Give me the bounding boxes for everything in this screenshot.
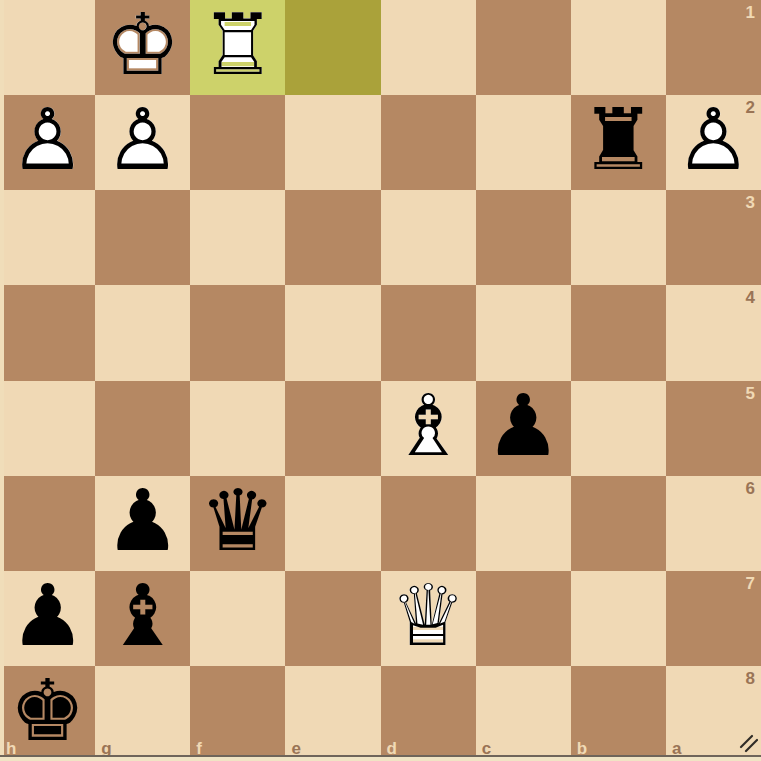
piece-glyph: ♚ — [0, 663, 95, 758]
square-b8[interactable]: b — [571, 666, 666, 761]
square-g5[interactable] — [95, 381, 190, 476]
black-bishop-piece[interactable]: ♝ — [95, 571, 190, 666]
square-g4[interactable] — [95, 285, 190, 380]
square-c6[interactable] — [476, 476, 571, 571]
square-h4[interactable] — [0, 285, 95, 380]
square-d7[interactable]: ♛♕ — [381, 571, 476, 666]
square-d4[interactable] — [381, 285, 476, 380]
white-pawn-piece[interactable]: ♟♙ — [95, 95, 190, 190]
square-g1[interactable]: ♚♔ — [95, 0, 190, 95]
square-h5[interactable] — [0, 381, 95, 476]
square-e1[interactable] — [285, 0, 380, 95]
square-e4[interactable] — [285, 285, 380, 380]
square-b5[interactable] — [571, 381, 666, 476]
file-label-c: c — [482, 740, 491, 757]
file-label-a: a — [672, 740, 681, 757]
square-g8[interactable]: g — [95, 666, 190, 761]
square-d8[interactable]: d — [381, 666, 476, 761]
square-c5[interactable]: ♟ — [476, 381, 571, 476]
black-queen-piece[interactable]: ♛ — [190, 476, 285, 571]
square-h7[interactable]: ♟ — [0, 571, 95, 666]
square-d3[interactable] — [381, 190, 476, 285]
black-king-piece[interactable]: ♚ — [0, 666, 95, 761]
square-d5[interactable]: ♝♗ — [381, 381, 476, 476]
piece-glyph: ♟ — [476, 378, 571, 473]
piece-glyph-fill: ♛ — [381, 568, 476, 663]
square-b1[interactable] — [571, 0, 666, 95]
piece-glyph-fill: ♟ — [95, 92, 190, 187]
piece-glyph-outline: ♕ — [381, 568, 476, 663]
rank-label-6: 6 — [746, 480, 755, 497]
square-f2[interactable] — [190, 95, 285, 190]
square-b6[interactable] — [571, 476, 666, 571]
square-a3[interactable]: 3 — [666, 190, 761, 285]
rank-label-4: 4 — [746, 289, 755, 306]
piece-glyph-fill: ♟ — [0, 92, 95, 187]
piece-glyph-fill: ♟ — [666, 92, 761, 187]
board-resize-handle[interactable] — [738, 733, 758, 753]
square-f3[interactable] — [190, 190, 285, 285]
black-pawn-piece[interactable]: ♟ — [476, 381, 571, 476]
square-h1[interactable] — [0, 0, 95, 95]
square-c1[interactable] — [476, 0, 571, 95]
file-label-d: d — [387, 740, 397, 757]
square-h6[interactable] — [0, 476, 95, 571]
square-g6[interactable]: ♟ — [95, 476, 190, 571]
square-h2[interactable]: ♟♙ — [0, 95, 95, 190]
piece-glyph-outline: ♖ — [190, 0, 285, 92]
square-d1[interactable] — [381, 0, 476, 95]
white-king-piece[interactable]: ♚♔ — [95, 0, 190, 95]
square-d2[interactable] — [381, 95, 476, 190]
square-f8[interactable]: f — [190, 666, 285, 761]
black-pawn-piece[interactable]: ♟ — [0, 571, 95, 666]
square-a2[interactable]: ♟♙2 — [666, 95, 761, 190]
square-f4[interactable] — [190, 285, 285, 380]
square-e2[interactable] — [285, 95, 380, 190]
square-c7[interactable] — [476, 571, 571, 666]
square-h8[interactable]: ♚h — [0, 666, 95, 761]
piece-glyph: ♟ — [95, 473, 190, 568]
piece-glyph-outline: ♙ — [666, 92, 761, 187]
square-c8[interactable]: c — [476, 666, 571, 761]
square-a4[interactable]: 4 — [666, 285, 761, 380]
square-e5[interactable] — [285, 381, 380, 476]
white-bishop-piece[interactable]: ♝♗ — [381, 381, 476, 476]
square-e7[interactable] — [285, 571, 380, 666]
square-a1[interactable]: 1 — [666, 0, 761, 95]
black-rook-piece[interactable]: ♜ — [571, 95, 666, 190]
file-label-f: f — [196, 740, 202, 757]
square-e6[interactable] — [285, 476, 380, 571]
piece-glyph-fill: ♝ — [381, 378, 476, 473]
square-e3[interactable] — [285, 190, 380, 285]
square-b3[interactable] — [571, 190, 666, 285]
square-a5[interactable]: 5 — [666, 381, 761, 476]
file-label-b: b — [577, 740, 587, 757]
rank-label-1: 1 — [746, 4, 755, 21]
square-b2[interactable]: ♜ — [571, 95, 666, 190]
piece-glyph-outline: ♔ — [95, 0, 190, 92]
rank-label-3: 3 — [746, 194, 755, 211]
square-c2[interactable] — [476, 95, 571, 190]
white-pawn-piece[interactable]: ♟♙ — [666, 95, 761, 190]
square-f6[interactable]: ♛ — [190, 476, 285, 571]
square-b4[interactable] — [571, 285, 666, 380]
square-c4[interactable] — [476, 285, 571, 380]
square-b7[interactable] — [571, 571, 666, 666]
rank-label-7: 7 — [746, 575, 755, 592]
piece-glyph-fill: ♜ — [190, 0, 285, 92]
white-pawn-piece[interactable]: ♟♙ — [0, 95, 95, 190]
square-f1[interactable]: ♜♖ — [190, 0, 285, 95]
square-g7[interactable]: ♝ — [95, 571, 190, 666]
white-queen-piece[interactable]: ♛♕ — [381, 571, 476, 666]
square-a6[interactable]: 6 — [666, 476, 761, 571]
file-label-e: e — [291, 740, 300, 757]
black-pawn-piece[interactable]: ♟ — [95, 476, 190, 571]
piece-glyph-outline: ♙ — [0, 92, 95, 187]
rank-label-8: 8 — [746, 670, 755, 687]
piece-glyph-outline: ♗ — [381, 378, 476, 473]
rank-label-5: 5 — [746, 385, 755, 402]
piece-glyph-outline: ♙ — [95, 92, 190, 187]
square-e8[interactable]: e — [285, 666, 380, 761]
square-h3[interactable] — [0, 190, 95, 285]
square-f5[interactable] — [190, 381, 285, 476]
square-c3[interactable] — [476, 190, 571, 285]
piece-glyph: ♜ — [571, 92, 666, 187]
square-g3[interactable] — [95, 190, 190, 285]
white-rook-piece[interactable]: ♜♖ — [190, 0, 285, 95]
chess-board: ♚♔♜♖1♟♙♟♙♜♟♙234♝♗♟5♟♛6♟♝♛♕7♚hgfedcb8a — [0, 0, 761, 761]
piece-glyph: ♟ — [0, 568, 95, 663]
piece-glyph: ♝ — [95, 568, 190, 663]
square-f7[interactable] — [190, 571, 285, 666]
file-label-g: g — [101, 740, 111, 757]
piece-glyph: ♛ — [190, 473, 285, 568]
square-g2[interactable]: ♟♙ — [95, 95, 190, 190]
square-a7[interactable]: 7 — [666, 571, 761, 666]
square-d6[interactable] — [381, 476, 476, 571]
piece-glyph-fill: ♚ — [95, 0, 190, 92]
